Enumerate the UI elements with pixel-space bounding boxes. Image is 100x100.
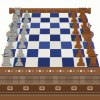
inlay-motif (36, 71, 38, 72)
square-e3 (28, 35, 39, 42)
apron-emblem-dot (58, 88, 59, 89)
inlay-motif (11, 71, 13, 72)
square-c5 (50, 23, 60, 29)
square-f6 (61, 41, 73, 49)
rail-inlay-dot (61, 10, 62, 11)
inlay-motif (46, 71, 48, 72)
rail-inlay-dot (46, 10, 47, 11)
inlay-motif (32, 71, 34, 72)
chess-set-photo: ♜♟♟♜♞♟♟♞♝♟♟♝♛♟♟♛♚♟♟♚♝♟♟♝♞♟♟♞♜♟♟♜ (0, 0, 100, 100)
square-h4 (38, 57, 50, 67)
square-d4 (40, 28, 50, 34)
piece-white-rook: ♜ (0, 51, 14, 70)
apron-border-bottom (0, 92, 100, 93)
piece-black-rook: ♜ (86, 51, 100, 70)
square-b6 (59, 18, 69, 23)
table-base-highlight (0, 95, 100, 96)
square-b5 (50, 18, 60, 23)
square-a6 (59, 13, 69, 18)
square-e4 (39, 35, 50, 42)
square-h5 (50, 57, 62, 67)
square-f5 (50, 41, 61, 49)
inlay-motif (5, 71, 7, 72)
inlay-motif (83, 71, 85, 72)
square-c6 (60, 23, 70, 29)
apron-emblem-dot (10, 88, 11, 89)
apron-seam (0, 75, 100, 76)
rail-inlay-dot (38, 10, 39, 11)
square-g3 (26, 49, 38, 57)
square-a3 (31, 13, 41, 18)
apron-emblem-dot (74, 88, 75, 89)
square-g5 (50, 49, 62, 57)
inlay-motif (42, 71, 44, 72)
rail-inlay-dot (54, 10, 55, 11)
inlay-motif (94, 71, 96, 72)
square-h3 (25, 57, 38, 67)
square-d5 (50, 28, 60, 34)
piece-black-pawn: ♟ (75, 54, 86, 69)
inlay-motif (77, 71, 79, 72)
square-f4 (39, 41, 50, 49)
front-edge-shadow (0, 79, 100, 80)
inlay-motif (22, 71, 24, 72)
inlay-motif (26, 71, 28, 72)
base-seam (0, 93, 100, 95)
square-a5 (50, 13, 59, 18)
square-f3 (28, 41, 40, 49)
square-e5 (50, 35, 61, 42)
square-e6 (60, 35, 71, 42)
apron (0, 84, 100, 93)
square-d3 (29, 28, 40, 34)
inlay-motif (57, 71, 59, 72)
piece-white-pawn: ♟ (13, 54, 24, 69)
inlay-motif (15, 71, 17, 72)
apron-emblem-dot (90, 88, 91, 89)
inlay-motif (67, 71, 69, 72)
inlay-motif (53, 71, 55, 72)
square-g4 (38, 49, 50, 57)
inlay-motif (63, 71, 65, 72)
apron-emblem-dot (26, 88, 27, 89)
square-a4 (41, 13, 50, 18)
square-d6 (60, 28, 71, 34)
inlay-motif (88, 71, 90, 72)
inlay-motif (73, 71, 75, 72)
square-c3 (30, 23, 40, 29)
apron-border-top (0, 84, 100, 85)
square-b3 (31, 18, 41, 23)
square-b4 (40, 18, 50, 23)
apron-emblem-dot (42, 88, 43, 89)
square-h6 (62, 57, 75, 67)
square-c4 (40, 23, 50, 29)
square-g6 (61, 49, 73, 57)
chess-board: ♜♟♟♜♞♟♟♞♝♟♟♝♛♟♟♛♚♟♟♚♝♟♟♝♞♟♟♞♜♟♟♜ (0, 0, 100, 100)
